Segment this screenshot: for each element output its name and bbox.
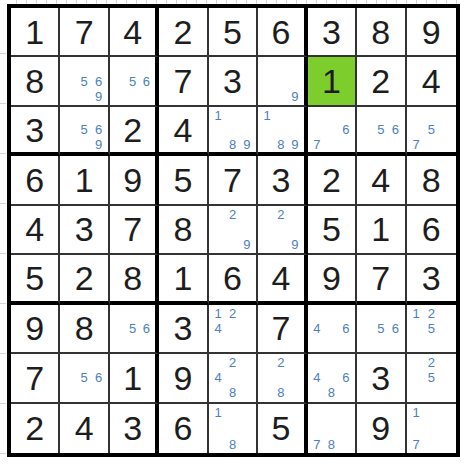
- pencil-mark: 1: [260, 108, 274, 122]
- pencil-grid: 18: [211, 405, 254, 452]
- sudoku-cell[interactable]: 3: [209, 57, 258, 106]
- pencil-grid: 17: [409, 405, 454, 452]
- sudoku-cell[interactable]: 7: [357, 255, 406, 304]
- cell-value: 4: [75, 411, 94, 445]
- sudoku-cell[interactable]: 3: [357, 354, 406, 403]
- sudoku-cell[interactable]: 9: [258, 57, 307, 106]
- pencil-mark: 5: [77, 122, 91, 136]
- pencil-grid: 56: [112, 306, 153, 351]
- sudoku-cell[interactable]: 3: [308, 8, 357, 57]
- cell-value: 3: [25, 113, 44, 147]
- sudoku-cell[interactable]: 7: [60, 8, 109, 57]
- cell-value: 2: [371, 64, 390, 98]
- cell-value: 9: [422, 15, 441, 49]
- sudoku-cell[interactable]: 7: [11, 354, 60, 403]
- pencil-grid: 569: [62, 58, 105, 103]
- sudoku-board: 1742563898569567391243569241891896756576…: [7, 4, 460, 457]
- sudoku-cell[interactable]: 3: [110, 404, 159, 453]
- pencil-grid: 9: [260, 58, 301, 103]
- sudoku-cell[interactable]: 569: [60, 57, 109, 106]
- cell-value: 6: [223, 261, 242, 295]
- sudoku-cell[interactable]: 5: [258, 404, 307, 453]
- cell-value: 3: [174, 311, 193, 345]
- sudoku-cell[interactable]: 56: [110, 305, 159, 354]
- pencil-mark: 9: [288, 89, 302, 104]
- pencil-mark: 9: [288, 237, 302, 252]
- cell-value: 8: [371, 15, 390, 49]
- cell-value: 8: [75, 311, 94, 345]
- pencil-grid: 124: [211, 306, 254, 351]
- sudoku-cell[interactable]: 124: [209, 305, 258, 354]
- pencil-grid: 56: [62, 355, 105, 400]
- sudoku-cell[interactable]: 3: [11, 107, 60, 156]
- sudoku-cell[interactable]: 6: [159, 404, 208, 453]
- cell-value: 9: [322, 261, 341, 295]
- sudoku-cell[interactable]: 2: [357, 57, 406, 106]
- pencil-grid: 67: [310, 108, 353, 151]
- sudoku-cell[interactable]: 2: [159, 8, 208, 57]
- sudoku-cell[interactable]: 8: [60, 305, 109, 354]
- cell-value: 5: [271, 411, 290, 445]
- pencil-mark: 9: [240, 237, 254, 252]
- pencil-mark: 2: [424, 306, 439, 321]
- cell-value: 3: [75, 212, 94, 246]
- pencil-mark: 1: [409, 405, 424, 421]
- pencil-mark: 5: [374, 321, 388, 336]
- sudoku-cell[interactable]: 8: [11, 57, 60, 106]
- cell-value: 7: [174, 64, 193, 98]
- pencil-grid: 78: [310, 405, 353, 452]
- sudoku-cell[interactable]: 78: [308, 404, 357, 453]
- pencil-grid: 189: [260, 108, 301, 151]
- pencil-mark: 2: [225, 306, 239, 321]
- cell-value: 9: [371, 411, 390, 445]
- sudoku-cell[interactable]: 248: [209, 354, 258, 403]
- cell-value: 1: [25, 15, 44, 49]
- sudoku-cell[interactable]: 125: [407, 305, 456, 354]
- cell-value: 2: [174, 15, 193, 49]
- sudoku-cell[interactable]: 2: [308, 156, 357, 205]
- pencil-mark: 6: [91, 74, 105, 89]
- pencil-mark: 5: [424, 122, 439, 136]
- pencil-grid: 56: [359, 108, 402, 151]
- pencil-grid: 189: [211, 108, 254, 151]
- cell-value: 6: [271, 15, 290, 49]
- pencil-mark: 4: [310, 321, 324, 336]
- cell-value: 6: [25, 163, 44, 197]
- pencil-mark: 8: [274, 385, 288, 400]
- cell-value: 1: [174, 261, 193, 295]
- pencil-mark: 6: [140, 74, 154, 89]
- pencil-mark: 6: [388, 321, 402, 336]
- cell-value: 2: [25, 411, 44, 445]
- sudoku-cell[interactable]: 2: [60, 255, 109, 304]
- cell-value: 4: [174, 113, 193, 147]
- sudoku-cell[interactable]: 8: [159, 206, 208, 255]
- sudoku-cell[interactable]: 29: [209, 206, 258, 255]
- pencil-mark: 5: [77, 74, 91, 89]
- cell-value: 9: [123, 163, 142, 197]
- pencil-grid: 25: [409, 355, 454, 400]
- sudoku-cell[interactable]: 3: [159, 305, 208, 354]
- sudoku-cell[interactable]: 29: [258, 206, 307, 255]
- cell-value: 6: [422, 212, 441, 246]
- cell-value: 1: [371, 212, 390, 246]
- sudoku-cell[interactable]: 5: [159, 156, 208, 205]
- sudoku-cell[interactable]: 5: [209, 8, 258, 57]
- pencil-mark: 7: [310, 137, 324, 151]
- cell-value: 5: [322, 212, 341, 246]
- pencil-mark: 5: [374, 122, 388, 136]
- cell-value: 3: [422, 261, 441, 295]
- sudoku-cell[interactable]: 6: [407, 206, 456, 255]
- cell-value: 2: [75, 261, 94, 295]
- cell-value: 3: [223, 64, 242, 98]
- cell-value: 7: [75, 15, 94, 49]
- pencil-grid: 29: [260, 207, 301, 252]
- cell-value: 4: [25, 212, 44, 246]
- sudoku-cell[interactable]: 1: [11, 8, 60, 57]
- sudoku-cell[interactable]: 17: [407, 404, 456, 453]
- cell-value: 7: [371, 261, 390, 295]
- sudoku-cell[interactable]: 4: [60, 404, 109, 453]
- pencil-mark: 5: [424, 321, 439, 336]
- sudoku-cell[interactable]: 7: [159, 57, 208, 106]
- cell-value: 4: [123, 15, 142, 49]
- cell-value: 7: [25, 361, 44, 395]
- sudoku-cell[interactable]: 2: [11, 404, 60, 453]
- pencil-mark: 1: [211, 405, 225, 421]
- cell-value: 1: [123, 361, 142, 395]
- ruler-ticks-left: [0, 4, 6, 457]
- pencil-grid: 46: [310, 306, 353, 351]
- cell-value: 8: [174, 212, 193, 246]
- cell-value: 3: [123, 411, 142, 445]
- sudoku-cell[interactable]: 1: [110, 354, 159, 403]
- cell-value: 7: [123, 212, 142, 246]
- cell-value: 2: [322, 163, 341, 197]
- sudoku-cell[interactable]: 4: [11, 206, 60, 255]
- cell-value: 3: [371, 361, 390, 395]
- pencil-mark: 4: [211, 321, 225, 336]
- pencil-mark: 2: [274, 355, 288, 370]
- pencil-grid: 248: [211, 355, 254, 400]
- sudoku-cell[interactable]: 569: [60, 107, 109, 156]
- sudoku-cell[interactable]: 18: [209, 404, 258, 453]
- sudoku-cell[interactable]: 67: [308, 107, 357, 156]
- sudoku-cell[interactable]: 9: [11, 305, 60, 354]
- pencil-mark: 6: [339, 370, 353, 385]
- sudoku-cell[interactable]: 6: [11, 156, 60, 205]
- cell-value: 7: [223, 163, 242, 197]
- pencil-mark: 7: [409, 436, 424, 452]
- sudoku-cell[interactable]: 2: [110, 107, 159, 156]
- pencil-grid: 125: [409, 306, 454, 351]
- pencil-mark: 6: [91, 370, 105, 385]
- sudoku-cell[interactable]: 28: [258, 354, 307, 403]
- cell-value: 5: [25, 261, 44, 295]
- cell-value: 9: [25, 311, 44, 345]
- pencil-mark: 6: [388, 122, 402, 136]
- cell-value: 3: [322, 15, 341, 49]
- sudoku-cell[interactable]: 7: [258, 305, 307, 354]
- sudoku-app: 1742563898569567391243569241891896756576…: [0, 0, 464, 464]
- sudoku-cell[interactable]: 1: [357, 206, 406, 255]
- pencil-mark: 2: [225, 355, 239, 370]
- pencil-mark: 7: [409, 137, 424, 151]
- pencil-mark: 5: [424, 370, 439, 385]
- sudoku-cell[interactable]: 56: [357, 107, 406, 156]
- sudoku-cell[interactable]: 3: [60, 206, 109, 255]
- pencil-mark: 9: [240, 137, 254, 151]
- sudoku-cell[interactable]: 8: [357, 8, 406, 57]
- sudoku-cell[interactable]: 56: [110, 57, 159, 106]
- sudoku-cell[interactable]: 4: [357, 156, 406, 205]
- cell-value: 6: [174, 411, 193, 445]
- cell-value: 5: [174, 163, 193, 197]
- pencil-mark: 8: [225, 385, 239, 400]
- sudoku-cell[interactable]: 7: [110, 206, 159, 255]
- sudoku-cell[interactable]: 3: [258, 156, 307, 205]
- sudoku-cell[interactable]: 189: [258, 107, 307, 156]
- pencil-mark: 7: [310, 436, 324, 452]
- pencil-mark: 4: [211, 370, 225, 385]
- sudoku-cell[interactable]: 4: [110, 8, 159, 57]
- cell-value: 4: [371, 163, 390, 197]
- sudoku-cell[interactable]: 7: [209, 156, 258, 205]
- pencil-mark: 1: [211, 108, 225, 122]
- pencil-grid: 468: [310, 355, 353, 400]
- sudoku-cell[interactable]: 4: [258, 255, 307, 304]
- sudoku-cell[interactable]: 1: [159, 255, 208, 304]
- cell-value: 2: [123, 113, 142, 147]
- sudoku-cell[interactable]: 9: [159, 354, 208, 403]
- sudoku-cell[interactable]: 6: [258, 8, 307, 57]
- cell-value: 5: [223, 15, 242, 49]
- cell-value: 7: [271, 311, 290, 345]
- pencil-mark: 9: [91, 89, 105, 104]
- cell-value: 9: [174, 361, 193, 395]
- sudoku-cell[interactable]: 468: [308, 354, 357, 403]
- pencil-mark: 5: [77, 370, 91, 385]
- pencil-mark: 2: [225, 207, 239, 222]
- sudoku-cell[interactable]: 3: [407, 255, 456, 304]
- cell-value: 8: [422, 163, 441, 197]
- cell-value: 1: [322, 64, 341, 98]
- pencil-grid: 56: [112, 58, 153, 103]
- pencil-mark: 6: [339, 321, 353, 336]
- sudoku-cell[interactable]: 56: [357, 305, 406, 354]
- pencil-mark: 8: [225, 137, 239, 151]
- pencil-mark: 6: [91, 122, 105, 136]
- pencil-mark: 2: [424, 355, 439, 370]
- pencil-mark: 5: [126, 321, 140, 336]
- sudoku-cell[interactable]: 25: [407, 354, 456, 403]
- sudoku-cell[interactable]: 8: [407, 156, 456, 205]
- cell-value: 1: [75, 163, 94, 197]
- sudoku-cell[interactable]: 4: [159, 107, 208, 156]
- sudoku-cell[interactable]: 9: [110, 156, 159, 205]
- pencil-mark: 6: [140, 321, 154, 336]
- pencil-mark: 2: [274, 207, 288, 222]
- pencil-mark: 1: [211, 306, 225, 321]
- sudoku-cell[interactable]: 5: [11, 255, 60, 304]
- sudoku-cell[interactable]: 189: [209, 107, 258, 156]
- sudoku-cell[interactable]: 9: [407, 8, 456, 57]
- sudoku-cell[interactable]: 57: [407, 107, 456, 156]
- sudoku-cell[interactable]: 5: [308, 206, 357, 255]
- pencil-grid: 56: [359, 306, 402, 351]
- pencil-mark: 6: [339, 122, 353, 136]
- cell-value: 4: [422, 64, 441, 98]
- pencil-grid: 57: [409, 108, 454, 151]
- sudoku-cell[interactable]: 6: [209, 255, 258, 304]
- sudoku-cell[interactable]: 9: [308, 255, 357, 304]
- pencil-mark: 1: [409, 306, 424, 321]
- sudoku-cell[interactable]: 56: [60, 354, 109, 403]
- cell-value: 8: [123, 261, 142, 295]
- cell-value: 4: [271, 261, 290, 295]
- sudoku-cell[interactable]: 8: [110, 255, 159, 304]
- pencil-grid: 28: [260, 355, 301, 400]
- cell-value: 8: [25, 64, 44, 98]
- pencil-mark: 4: [310, 370, 324, 385]
- pencil-mark: 5: [126, 74, 140, 89]
- sudoku-cell-selected[interactable]: 1: [308, 57, 357, 106]
- pencil-mark: 9: [91, 137, 105, 151]
- pencil-mark: 8: [324, 436, 338, 452]
- sudoku-cell[interactable]: 46: [308, 305, 357, 354]
- sudoku-cell[interactable]: 1: [60, 156, 109, 205]
- cell-value: 3: [271, 163, 290, 197]
- pencil-mark: 8: [324, 385, 338, 400]
- pencil-mark: 8: [225, 436, 239, 452]
- pencil-grid: 569: [62, 108, 105, 151]
- pencil-mark: 9: [288, 137, 302, 151]
- sudoku-cell[interactable]: 4: [407, 57, 456, 106]
- sudoku-cell[interactable]: 9: [357, 404, 406, 453]
- pencil-mark: 8: [274, 137, 288, 151]
- pencil-grid: 29: [211, 207, 254, 252]
